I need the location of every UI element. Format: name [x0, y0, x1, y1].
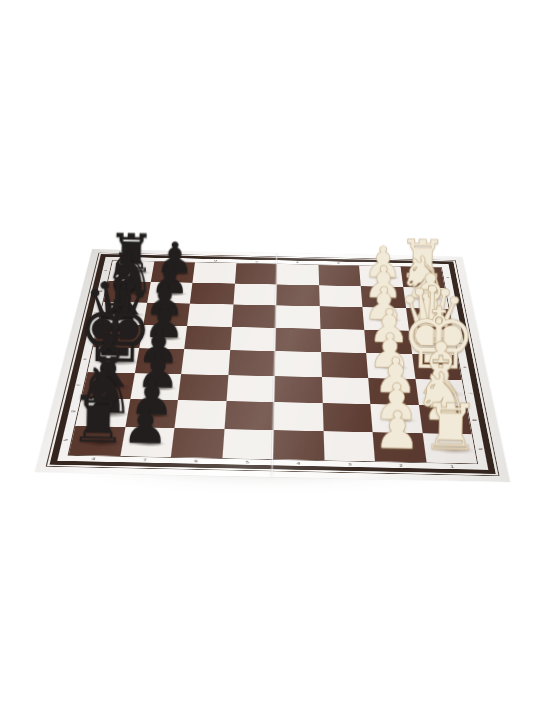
scene-tilt: 87654321 87654321 abcdefgh abcdefgh ♜♟♟♜… [0, 0, 540, 720]
black-rook-h8[interactable]: ♜ [68, 387, 127, 452]
perspective-scene: 87654321 87654321 abcdefgh abcdefgh ♜♟♟♜… [0, 0, 540, 720]
pieces: ♜♟♟♜♞♟♟♞♝♟♟♝♛♟♟♛♚♟♟♚♝♟♟♝♞♟♟♞♜♟♟♜ [35, 249, 510, 482]
chess-board-sheet: 87654321 87654321 abcdefgh abcdefgh ♜♟♟♜… [35, 249, 510, 482]
product-photo: 87654321 87654321 abcdefgh abcdefgh ♜♟♟♜… [0, 0, 540, 720]
white-rook-h1[interactable]: ♜ [421, 394, 480, 459]
